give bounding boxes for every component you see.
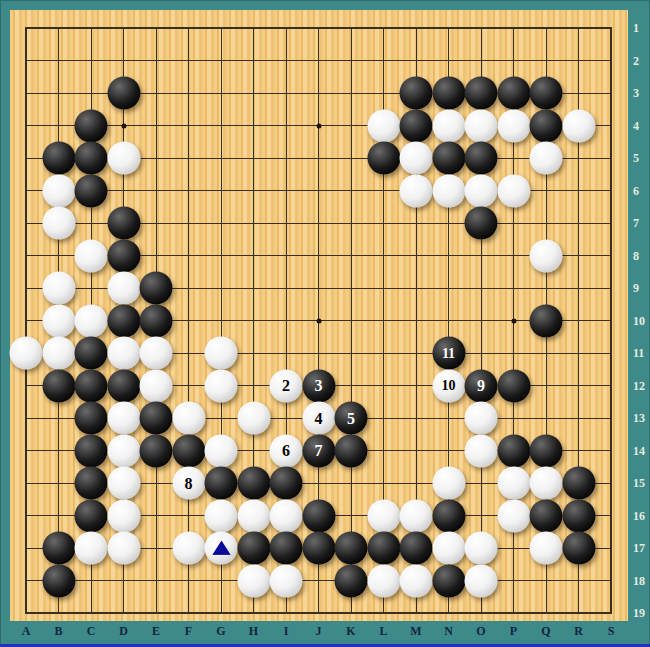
column-label-Q: Q — [541, 624, 550, 639]
stone-white-D17[interactable] — [107, 532, 140, 565]
stone-white-B6[interactable] — [42, 174, 75, 207]
column-label-M: M — [410, 624, 421, 639]
row-label-14: 14 — [633, 443, 645, 458]
column-label-B: B — [54, 624, 62, 639]
row-label-1: 1 — [633, 21, 639, 36]
stone-white-D13[interactable] — [107, 402, 140, 435]
stone-white-D9[interactable] — [107, 272, 140, 305]
column-label-P: P — [510, 624, 517, 639]
move-number-8: 8 — [185, 475, 193, 491]
row-label-9: 9 — [633, 281, 639, 296]
row-label-2: 2 — [633, 53, 639, 68]
stone-white-G17[interactable] — [205, 532, 238, 565]
stone-black-B17[interactable] — [42, 532, 75, 565]
stone-black-I17[interactable] — [270, 532, 303, 565]
stone-black-E9[interactable] — [140, 272, 173, 305]
star-point-J4 — [316, 123, 321, 128]
stone-black-D7[interactable] — [107, 207, 140, 240]
stone-black-K14[interactable] — [335, 434, 368, 467]
stone-white-N6[interactable] — [432, 174, 465, 207]
row-label-19: 19 — [633, 606, 645, 621]
stone-black-O12[interactable]: 9 — [465, 369, 498, 402]
stone-white-F13[interactable] — [172, 402, 205, 435]
stone-black-O3[interactable] — [465, 77, 498, 110]
column-label-C: C — [87, 624, 96, 639]
grid-line-horizontal-19 — [25, 612, 612, 614]
row-label-6: 6 — [633, 183, 639, 198]
stone-white-D16[interactable] — [107, 499, 140, 532]
stone-black-C13[interactable] — [75, 402, 108, 435]
star-point-P10 — [511, 318, 516, 323]
stone-white-J13[interactable]: 4 — [302, 402, 335, 435]
stone-white-C8[interactable] — [75, 239, 108, 272]
stone-black-R17[interactable] — [562, 532, 595, 565]
column-label-A: A — [22, 624, 31, 639]
grid-line-vertical-K — [351, 27, 352, 614]
column-label-E: E — [152, 624, 160, 639]
stone-black-P12[interactable] — [497, 369, 530, 402]
stone-white-O18[interactable] — [465, 564, 498, 597]
stone-black-E10[interactable] — [140, 304, 173, 337]
stone-white-F15[interactable]: 8 — [172, 467, 205, 500]
stone-black-K13[interactable]: 5 — [335, 402, 368, 435]
stone-white-A11[interactable] — [10, 337, 43, 370]
column-label-R: R — [574, 624, 583, 639]
stone-black-H17[interactable] — [237, 532, 270, 565]
stone-white-L4[interactable] — [367, 109, 400, 142]
stone-black-O5[interactable] — [465, 142, 498, 175]
stone-white-M5[interactable] — [400, 142, 433, 175]
stone-black-E13[interactable] — [140, 402, 173, 435]
stone-white-I16[interactable] — [270, 499, 303, 532]
stone-black-N5[interactable] — [432, 142, 465, 175]
stone-black-P14[interactable] — [497, 434, 530, 467]
move-number-2: 2 — [282, 378, 290, 394]
stone-white-B9[interactable] — [42, 272, 75, 305]
stone-black-O7[interactable] — [465, 207, 498, 240]
row-label-10: 10 — [633, 313, 645, 328]
stone-white-O4[interactable] — [465, 109, 498, 142]
stone-black-L17[interactable] — [367, 532, 400, 565]
stone-black-Q4[interactable] — [530, 109, 563, 142]
move-number-3: 3 — [315, 378, 323, 394]
stone-black-K17[interactable] — [335, 532, 368, 565]
stone-black-Q3[interactable] — [530, 77, 563, 110]
stone-white-H16[interactable] — [237, 499, 270, 532]
stone-black-Q10[interactable] — [530, 304, 563, 337]
stone-black-C11[interactable] — [75, 337, 108, 370]
go-app-window: 112310945678 ABCDEFGHIJKLMNOPQRS12345678… — [0, 0, 650, 647]
go-board[interactable]: 112310945678 — [10, 10, 628, 621]
stone-white-B11[interactable] — [42, 337, 75, 370]
stone-white-O17[interactable] — [465, 532, 498, 565]
stone-black-P3[interactable] — [497, 77, 530, 110]
stone-black-M3[interactable] — [400, 77, 433, 110]
stone-black-C14[interactable] — [75, 434, 108, 467]
stone-black-H15[interactable] — [237, 467, 270, 500]
column-label-S: S — [608, 624, 615, 639]
stone-black-B12[interactable] — [42, 369, 75, 402]
stone-white-F17[interactable] — [172, 532, 205, 565]
stone-white-O6[interactable] — [465, 174, 498, 207]
move-number-6: 6 — [282, 443, 290, 459]
stone-white-C10[interactable] — [75, 304, 108, 337]
stone-black-B18[interactable] — [42, 564, 75, 597]
stone-black-K18[interactable] — [335, 564, 368, 597]
stone-white-L18[interactable] — [367, 564, 400, 597]
stone-black-D10[interactable] — [107, 304, 140, 337]
move-number-9: 9 — [477, 378, 485, 394]
row-label-12: 12 — [633, 378, 645, 393]
column-label-I: I — [284, 624, 289, 639]
stone-black-F14[interactable] — [172, 434, 205, 467]
move-number-10: 10 — [442, 379, 456, 393]
stone-black-R16[interactable] — [562, 499, 595, 532]
stone-black-N11[interactable]: 11 — [432, 337, 465, 370]
stone-black-C4[interactable] — [75, 109, 108, 142]
stone-white-P15[interactable] — [497, 467, 530, 500]
stone-black-J16[interactable] — [302, 499, 335, 532]
stone-black-M17[interactable] — [400, 532, 433, 565]
stone-white-B10[interactable] — [42, 304, 75, 337]
stone-white-D11[interactable] — [107, 337, 140, 370]
stone-white-H18[interactable] — [237, 564, 270, 597]
move-number-7: 7 — [315, 443, 323, 459]
stone-white-I14[interactable]: 6 — [270, 434, 303, 467]
column-label-G: G — [216, 624, 225, 639]
row-label-16: 16 — [633, 508, 645, 523]
row-label-7: 7 — [633, 216, 639, 231]
stone-black-Q14[interactable] — [530, 434, 563, 467]
row-label-5: 5 — [633, 151, 639, 166]
stone-white-G11[interactable] — [205, 337, 238, 370]
stone-white-O14[interactable] — [465, 434, 498, 467]
row-label-3: 3 — [633, 86, 639, 101]
stone-black-M4[interactable] — [400, 109, 433, 142]
stone-white-G14[interactable] — [205, 434, 238, 467]
triangle-marker-icon — [212, 540, 230, 554]
stone-black-B5[interactable] — [42, 142, 75, 175]
stone-black-J14[interactable]: 7 — [302, 434, 335, 467]
stone-white-G16[interactable] — [205, 499, 238, 532]
stone-black-N18[interactable] — [432, 564, 465, 597]
row-label-13: 13 — [633, 411, 645, 426]
move-number-11: 11 — [442, 346, 455, 360]
stone-white-N12[interactable]: 10 — [432, 369, 465, 402]
stone-black-N16[interactable] — [432, 499, 465, 532]
stone-white-G12[interactable] — [205, 369, 238, 402]
stone-white-D15[interactable] — [107, 467, 140, 500]
move-number-4: 4 — [315, 410, 323, 426]
stone-white-I18[interactable] — [270, 564, 303, 597]
column-label-D: D — [119, 624, 128, 639]
stone-black-C12[interactable] — [75, 369, 108, 402]
star-point-D4 — [121, 123, 126, 128]
column-label-N: N — [444, 624, 453, 639]
grid-line-vertical-S — [610, 27, 612, 614]
stone-white-H13[interactable] — [237, 402, 270, 435]
stone-white-B7[interactable] — [42, 207, 75, 240]
stone-black-I15[interactable] — [270, 467, 303, 500]
star-point-J10 — [316, 318, 321, 323]
stone-white-P4[interactable] — [497, 109, 530, 142]
column-label-L: L — [379, 624, 387, 639]
stone-white-E12[interactable] — [140, 369, 173, 402]
stone-white-D14[interactable] — [107, 434, 140, 467]
stone-white-C17[interactable] — [75, 532, 108, 565]
row-label-17: 17 — [633, 541, 645, 556]
stone-white-N4[interactable] — [432, 109, 465, 142]
column-label-O: O — [476, 624, 485, 639]
stone-white-Q5[interactable] — [530, 142, 563, 175]
stone-white-N15[interactable] — [432, 467, 465, 500]
stone-black-D3[interactable] — [107, 77, 140, 110]
stone-black-G15[interactable] — [205, 467, 238, 500]
stone-white-E11[interactable] — [140, 337, 173, 370]
stone-black-C5[interactable] — [75, 142, 108, 175]
stone-white-I12[interactable]: 2 — [270, 369, 303, 402]
grid-line-horizontal-18 — [25, 580, 612, 581]
stone-white-M6[interactable] — [400, 174, 433, 207]
stone-black-C15[interactable] — [75, 467, 108, 500]
stone-white-P6[interactable] — [497, 174, 530, 207]
move-number-5: 5 — [347, 410, 355, 426]
stone-black-D8[interactable] — [107, 239, 140, 272]
row-label-18: 18 — [633, 573, 645, 588]
column-label-H: H — [249, 624, 258, 639]
column-label-F: F — [185, 624, 192, 639]
stone-white-M16[interactable] — [400, 499, 433, 532]
stone-white-M18[interactable] — [400, 564, 433, 597]
column-label-J: J — [316, 624, 322, 639]
stone-black-Q16[interactable] — [530, 499, 563, 532]
stone-white-O13[interactable] — [465, 402, 498, 435]
stone-black-C6[interactable] — [75, 174, 108, 207]
row-label-4: 4 — [633, 118, 639, 133]
column-label-K: K — [346, 624, 355, 639]
stone-white-Q15[interactable] — [530, 467, 563, 500]
stone-white-R4[interactable] — [562, 109, 595, 142]
stone-black-N3[interactable] — [432, 77, 465, 110]
stone-white-N17[interactable] — [432, 532, 465, 565]
stone-black-J17[interactable] — [302, 532, 335, 565]
row-label-8: 8 — [633, 248, 639, 263]
stone-black-L5[interactable] — [367, 142, 400, 175]
stone-white-Q8[interactable] — [530, 239, 563, 272]
stone-white-P16[interactable] — [497, 499, 530, 532]
stone-black-D12[interactable] — [107, 369, 140, 402]
stone-black-C16[interactable] — [75, 499, 108, 532]
stone-white-L16[interactable] — [367, 499, 400, 532]
stone-black-J12[interactable]: 3 — [302, 369, 335, 402]
stone-white-D5[interactable] — [107, 142, 140, 175]
stone-black-R15[interactable] — [562, 467, 595, 500]
stone-white-Q17[interactable] — [530, 532, 563, 565]
row-label-11: 11 — [633, 346, 644, 361]
row-label-15: 15 — [633, 476, 645, 491]
stone-black-E14[interactable] — [140, 434, 173, 467]
